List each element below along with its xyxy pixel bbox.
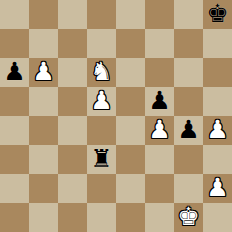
square-d1[interactable] — [87, 203, 116, 232]
square-b7[interactable] — [29, 29, 58, 58]
square-e4[interactable] — [116, 116, 145, 145]
white-knight-d6[interactable]: ♞ — [90, 59, 112, 84]
square-g8[interactable] — [174, 0, 203, 29]
square-e7[interactable] — [116, 29, 145, 58]
square-d7[interactable] — [87, 29, 116, 58]
square-a6[interactable]: ♟ — [0, 58, 29, 87]
square-b5[interactable] — [29, 87, 58, 116]
square-a3[interactable] — [0, 145, 29, 174]
white-pawn-h4[interactable]: ♟ — [206, 117, 228, 142]
square-d2[interactable] — [87, 174, 116, 203]
square-b8[interactable] — [29, 0, 58, 29]
square-d8[interactable] — [87, 0, 116, 29]
black-pawn-a6[interactable]: ♟ — [3, 59, 25, 84]
square-h6[interactable] — [203, 58, 232, 87]
chess-board: ♚♟♟♞♟♟♟♟♟♜♟♚ — [0, 0, 232, 232]
square-b2[interactable] — [29, 174, 58, 203]
square-b1[interactable] — [29, 203, 58, 232]
square-d3[interactable]: ♜ — [87, 145, 116, 174]
square-f4[interactable]: ♟ — [145, 116, 174, 145]
square-g7[interactable] — [174, 29, 203, 58]
square-h5[interactable] — [203, 87, 232, 116]
square-a8[interactable] — [0, 0, 29, 29]
square-f2[interactable] — [145, 174, 174, 203]
square-g4[interactable]: ♟ — [174, 116, 203, 145]
square-d5[interactable]: ♟ — [87, 87, 116, 116]
square-f6[interactable] — [145, 58, 174, 87]
square-b3[interactable] — [29, 145, 58, 174]
square-a1[interactable] — [0, 203, 29, 232]
white-pawn-d5[interactable]: ♟ — [90, 88, 112, 113]
square-a5[interactable] — [0, 87, 29, 116]
square-f5[interactable]: ♟ — [145, 87, 174, 116]
square-h7[interactable] — [203, 29, 232, 58]
square-h1[interactable] — [203, 203, 232, 232]
white-pawn-b6[interactable]: ♟ — [32, 59, 54, 84]
black-pawn-g4[interactable]: ♟ — [177, 117, 199, 142]
square-f8[interactable] — [145, 0, 174, 29]
square-c6[interactable] — [58, 58, 87, 87]
square-g3[interactable] — [174, 145, 203, 174]
square-g1[interactable]: ♚ — [174, 203, 203, 232]
square-e8[interactable] — [116, 0, 145, 29]
square-c7[interactable] — [58, 29, 87, 58]
square-c3[interactable] — [58, 145, 87, 174]
square-g5[interactable] — [174, 87, 203, 116]
square-a7[interactable] — [0, 29, 29, 58]
white-king-g1[interactable]: ♚ — [177, 204, 199, 229]
square-c1[interactable] — [58, 203, 87, 232]
square-f1[interactable] — [145, 203, 174, 232]
square-h3[interactable] — [203, 145, 232, 174]
square-b4[interactable] — [29, 116, 58, 145]
square-a2[interactable] — [0, 174, 29, 203]
square-c5[interactable] — [58, 87, 87, 116]
square-d4[interactable] — [87, 116, 116, 145]
black-pawn-f5[interactable]: ♟ — [148, 88, 170, 113]
square-e3[interactable] — [116, 145, 145, 174]
white-pawn-f4[interactable]: ♟ — [148, 117, 170, 142]
square-c8[interactable] — [58, 0, 87, 29]
square-b6[interactable]: ♟ — [29, 58, 58, 87]
white-pawn-h2[interactable]: ♟ — [206, 175, 228, 200]
square-f3[interactable] — [145, 145, 174, 174]
square-h2[interactable]: ♟ — [203, 174, 232, 203]
square-a4[interactable] — [0, 116, 29, 145]
square-g6[interactable] — [174, 58, 203, 87]
black-king-h8[interactable]: ♚ — [206, 1, 228, 26]
square-e2[interactable] — [116, 174, 145, 203]
square-g2[interactable] — [174, 174, 203, 203]
black-rook-d3[interactable]: ♜ — [90, 146, 112, 171]
square-e6[interactable] — [116, 58, 145, 87]
square-h8[interactable]: ♚ — [203, 0, 232, 29]
square-e1[interactable] — [116, 203, 145, 232]
square-d6[interactable]: ♞ — [87, 58, 116, 87]
square-e5[interactable] — [116, 87, 145, 116]
square-c4[interactable] — [58, 116, 87, 145]
square-c2[interactable] — [58, 174, 87, 203]
square-h4[interactable]: ♟ — [203, 116, 232, 145]
square-f7[interactable] — [145, 29, 174, 58]
